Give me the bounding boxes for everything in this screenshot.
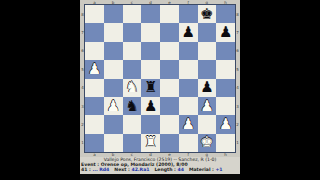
square-e5 [160,60,179,78]
square-c4: ♞ [123,79,142,97]
move-info-segment: 41 : ... Rd4 [81,167,109,172]
square-c1 [123,134,142,152]
game-info-bar: Vallejo Pons, Francisco (2519) -- Sanche… [80,157,240,174]
square-d7 [141,23,160,41]
square-a4 [85,79,104,97]
square-d3: ♟ [141,97,160,115]
chess-board: ♚♟♟♟♞♜♟♟♞♟♟♟♟♜♚ [85,5,235,152]
square-b6 [104,42,123,60]
square-a7 [85,23,104,41]
coord-label: 8 [235,5,240,23]
video-frame: abcdefgh 87654321 87654321 ♚♟♟♟♞♜♟♟♞♟♟♟♟… [0,0,320,180]
left-black-bar [0,0,80,180]
white-pawn: ♟ [200,98,213,113]
square-g2 [198,115,217,133]
coord-label: 3 [235,97,240,115]
coord-label: 4 [235,79,240,97]
square-f5 [179,60,198,78]
square-h6 [216,42,235,60]
square-b5 [104,60,123,78]
square-a5: ♟ [85,60,104,78]
white-rook: ♜ [144,135,157,150]
black-knight: ♞ [125,98,138,113]
chess-diagram: abcdefgh 87654321 87654321 ♚♟♟♟♞♜♟♟♞♟♟♟♟… [80,0,240,180]
square-c2 [123,115,142,133]
black-king: ♚ [200,6,213,21]
square-h2: ♟ [216,115,235,133]
white-knight: ♞ [125,80,138,95]
square-a8 [85,5,104,23]
white-pawn: ♟ [181,116,194,131]
white-pawn: ♟ [219,116,232,131]
square-b1 [104,134,123,152]
coord-label: 7 [235,23,240,41]
square-e1 [160,134,179,152]
square-e2 [160,115,179,133]
square-e4 [160,79,179,97]
white-pawn: ♟ [106,98,119,113]
square-b4 [104,79,123,97]
square-g1: ♚ [198,134,217,152]
square-e8 [160,5,179,23]
bottom-black-strip [80,174,240,180]
black-pawn: ♟ [219,25,232,40]
square-h1 [216,134,235,152]
square-c3: ♞ [123,97,142,115]
black-pawn: ♟ [144,98,157,113]
coord-label: 2 [235,115,240,133]
square-f2: ♟ [179,115,198,133]
square-g5 [198,60,217,78]
square-b8 [104,5,123,23]
square-f3 [179,97,198,115]
square-a6 [85,42,104,60]
square-a1 [85,134,104,152]
move-info-line: 41 : ... Rd4Next : 42.Ra1Length : 44Mate… [80,167,240,172]
square-h7: ♟ [216,23,235,41]
square-e6 [160,42,179,60]
move-info-segment: Material : +1 [189,167,223,172]
black-pawn: ♟ [200,80,213,95]
square-d8 [141,5,160,23]
square-d5 [141,60,160,78]
square-g6 [198,42,217,60]
square-e7 [160,23,179,41]
rank-labels-right: 87654321 [235,5,240,152]
square-h3 [216,97,235,115]
square-f6 [179,42,198,60]
square-h4 [216,79,235,97]
square-f1 [179,134,198,152]
black-pawn: ♟ [181,25,194,40]
square-c8 [123,5,142,23]
square-c6 [123,42,142,60]
square-e3 [160,97,179,115]
right-black-bar [240,0,320,180]
square-b7 [104,23,123,41]
white-king: ♚ [200,135,213,150]
square-d6 [141,42,160,60]
square-d4: ♜ [141,79,160,97]
square-g8: ♚ [198,5,217,23]
coord-label: 5 [235,60,240,78]
square-f7: ♟ [179,23,198,41]
move-info-segment: Next : 42.Ra1 [114,167,149,172]
square-d2 [141,115,160,133]
square-f4 [179,79,198,97]
square-g7 [198,23,217,41]
white-pawn: ♟ [88,61,101,76]
coord-label: 6 [235,42,240,60]
square-c5 [123,60,142,78]
coord-label: 1 [235,134,240,152]
square-g3: ♟ [198,97,217,115]
square-d1: ♜ [141,134,160,152]
square-h5 [216,60,235,78]
black-rook: ♜ [144,80,157,95]
square-a2 [85,115,104,133]
square-c7 [123,23,142,41]
move-info-segment: Length : 44 [154,167,184,172]
square-b3: ♟ [104,97,123,115]
square-h8 [216,5,235,23]
square-f8 [179,5,198,23]
square-a3 [85,97,104,115]
square-b2 [104,115,123,133]
square-g4: ♟ [198,79,217,97]
